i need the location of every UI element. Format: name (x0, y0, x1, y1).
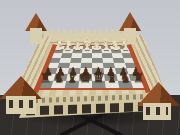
photo-scene: ♜♞♝♛♚♝♞♜♟♟♟♟♟♟♟♟♟♟♟♟♟♟♟♟♜♞♝♛♚♝♞♜ (0, 0, 180, 135)
piece-white-pawn[interactable]: ♟ (54, 43, 62, 51)
piece-white-pawn[interactable]: ♟ (122, 43, 130, 51)
piece-white-pawn[interactable]: ♟ (93, 43, 101, 51)
piece-black-rook[interactable]: ♜ (132, 72, 145, 85)
piece-white-pawn[interactable]: ♟ (83, 43, 91, 51)
piece-black-bishop[interactable]: ♝ (65, 71, 79, 85)
piece-black-king[interactable]: ♚ (77, 69, 93, 85)
piece-black-queen[interactable]: ♛ (91, 70, 106, 85)
corner-tower (6, 96, 36, 114)
corner-tower (143, 103, 171, 120)
tower-window-slits (9, 100, 33, 108)
piece-white-pawn[interactable]: ♟ (112, 43, 120, 51)
piece-white-pawn[interactable]: ♟ (73, 43, 81, 51)
piece-black-knight[interactable]: ♞ (52, 72, 65, 85)
piece-white-pawn[interactable]: ♟ (102, 43, 110, 51)
piece-white-pawn[interactable]: ♟ (64, 43, 72, 51)
tower-window-slits (146, 107, 168, 115)
piece-black-bishop[interactable]: ♝ (105, 71, 119, 85)
piece-black-knight[interactable]: ♞ (119, 72, 132, 85)
piece-black-rook[interactable]: ♜ (39, 72, 52, 85)
